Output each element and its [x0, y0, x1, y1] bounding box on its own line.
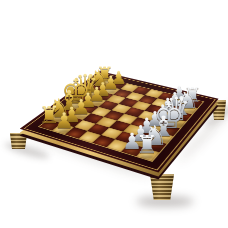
- scene: ♜♟♞♟♝♟♛♟♟♜♚♟♟♞♝♟♟♝♞♟♟♛♜♟♟♚♟♝♟♞♟♜: [0, 0, 228, 228]
- chess-board: [20, 71, 219, 172]
